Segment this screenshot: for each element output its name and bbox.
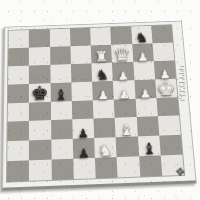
white-pawn[interactable]: ♟ bbox=[97, 89, 109, 101]
square-d4[interactable] bbox=[72, 100, 94, 120]
square-d3[interactable]: ♟ bbox=[72, 119, 94, 139]
square-g3[interactable] bbox=[136, 117, 159, 137]
square-h4[interactable] bbox=[156, 97, 179, 117]
square-b4[interactable] bbox=[29, 101, 50, 121]
square-a6[interactable] bbox=[8, 65, 29, 84]
square-g2[interactable]: ♝ bbox=[137, 136, 160, 157]
square-b5[interactable]: ♚ bbox=[29, 83, 50, 102]
square-b3[interactable] bbox=[29, 120, 51, 140]
square-b7[interactable] bbox=[29, 47, 50, 66]
square-e5[interactable]: ♟ bbox=[92, 81, 114, 100]
black-king[interactable]: ♚ bbox=[31, 84, 49, 103]
square-e4[interactable] bbox=[93, 99, 115, 119]
square-c3[interactable] bbox=[51, 120, 73, 140]
square-c1[interactable] bbox=[51, 159, 73, 180]
square-c8[interactable] bbox=[49, 29, 70, 47]
white-pawn[interactable]: ♟ bbox=[137, 51, 149, 62]
white-queen[interactable]: ♛ bbox=[113, 46, 131, 64]
square-g8[interactable]: ♞ bbox=[131, 26, 153, 44]
square-g5[interactable]: ♟ bbox=[134, 79, 156, 98]
square-a3[interactable] bbox=[7, 121, 29, 141]
black-pawn[interactable]: ♟ bbox=[78, 147, 90, 160]
square-c2[interactable] bbox=[51, 139, 73, 160]
square-d8[interactable] bbox=[70, 28, 91, 46]
square-f4[interactable] bbox=[114, 98, 136, 118]
square-g1[interactable] bbox=[139, 156, 162, 177]
square-a2[interactable] bbox=[7, 141, 29, 162]
square-d5[interactable] bbox=[71, 81, 93, 100]
square-e1[interactable] bbox=[95, 157, 118, 178]
square-d7[interactable] bbox=[70, 45, 91, 64]
square-h6[interactable]: ♟ bbox=[154, 60, 176, 79]
square-d6[interactable] bbox=[71, 63, 92, 82]
white-bishop[interactable]: ♝ bbox=[119, 123, 134, 138]
board-squares: ♞♜♛♟♞♟♟♚♝♟♟♟♚♟♝♟♞♝ bbox=[6, 24, 185, 182]
square-a5[interactable] bbox=[8, 84, 29, 103]
black-pawn[interactable]: ♟ bbox=[77, 127, 89, 140]
compass-rose-emblem: ❖ bbox=[175, 166, 186, 179]
square-g7[interactable]: ♟ bbox=[132, 43, 154, 61]
square-c4[interactable] bbox=[50, 101, 72, 121]
square-h2[interactable] bbox=[159, 135, 182, 156]
square-d2[interactable]: ♟ bbox=[73, 138, 95, 159]
black-bishop[interactable]: ♝ bbox=[142, 141, 157, 157]
white-pawn[interactable]: ♟ bbox=[118, 70, 130, 82]
square-c5[interactable]: ♝ bbox=[50, 82, 71, 101]
square-f8[interactable] bbox=[110, 27, 131, 45]
square-b8[interactable] bbox=[29, 29, 50, 47]
square-f3[interactable]: ♝ bbox=[115, 117, 138, 137]
square-g6[interactable] bbox=[133, 61, 155, 80]
square-d1[interactable] bbox=[73, 158, 96, 179]
square-b2[interactable] bbox=[29, 140, 51, 161]
square-a7[interactable] bbox=[8, 48, 29, 67]
square-f1[interactable] bbox=[117, 156, 140, 177]
square-c7[interactable] bbox=[50, 46, 71, 65]
white-pawn[interactable]: ♟ bbox=[118, 88, 130, 100]
square-g4[interactable] bbox=[135, 98, 158, 118]
square-h5[interactable]: ♚ bbox=[155, 78, 177, 97]
white-king[interactable]: ♚ bbox=[157, 79, 176, 98]
square-e6[interactable]: ♞ bbox=[91, 62, 113, 81]
square-b1[interactable] bbox=[29, 160, 51, 181]
white-rook[interactable]: ♜ bbox=[95, 50, 109, 64]
square-e8[interactable] bbox=[90, 27, 111, 45]
board-frame: ♞♜♛♟♞♟♟♚♝♟♟♟♚♟♝♟♞♝ ❖ bbox=[2, 21, 197, 191]
square-f7[interactable]: ♛ bbox=[111, 44, 133, 63]
square-a1[interactable] bbox=[7, 160, 29, 181]
black-knight[interactable]: ♞ bbox=[95, 68, 109, 82]
black-knight[interactable]: ♞ bbox=[135, 31, 149, 45]
border-script-marking bbox=[179, 65, 186, 100]
white-pawn[interactable]: ♟ bbox=[139, 87, 151, 99]
square-h7[interactable] bbox=[152, 42, 174, 60]
square-f5[interactable]: ♟ bbox=[113, 80, 135, 99]
square-a4[interactable] bbox=[8, 102, 29, 122]
board-photo: ♞♜♛♟♞♟♟♚♝♟♟♟♚♟♝♟♞♝ ❖ bbox=[0, 0, 200, 200]
black-bishop[interactable]: ♝ bbox=[54, 87, 68, 102]
square-e2[interactable]: ♞ bbox=[94, 137, 117, 158]
square-f2[interactable] bbox=[116, 137, 139, 158]
square-e3[interactable] bbox=[93, 118, 115, 138]
square-b6[interactable] bbox=[29, 65, 50, 84]
square-h3[interactable] bbox=[158, 116, 181, 136]
square-e7[interactable]: ♜ bbox=[91, 45, 112, 64]
square-a8[interactable] bbox=[8, 30, 29, 48]
square-c6[interactable] bbox=[50, 64, 71, 83]
square-h8[interactable] bbox=[151, 25, 173, 43]
white-knight[interactable]: ♞ bbox=[98, 143, 113, 159]
